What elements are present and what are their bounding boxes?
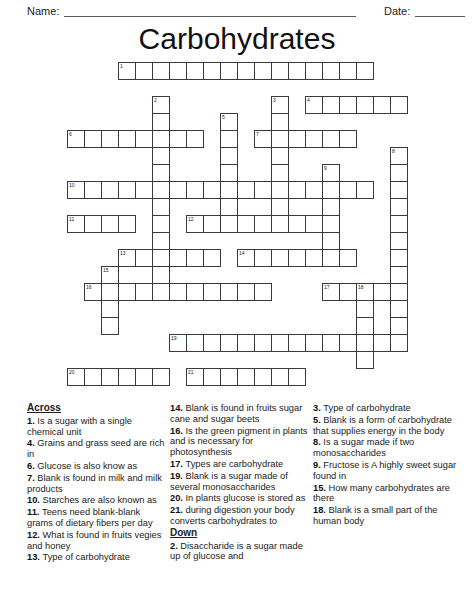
cell-r14c2[interactable] — [101, 300, 119, 318]
cell-r9c0[interactable] — [67, 215, 85, 233]
cell-r13c6[interactable] — [169, 283, 187, 301]
cell-r3c5[interactable] — [152, 113, 170, 131]
cell-r7c3[interactable] — [118, 181, 136, 199]
cell-r16c14[interactable] — [305, 334, 323, 352]
cell-r13c2[interactable] — [101, 283, 119, 301]
cell-r13c8[interactable] — [203, 283, 221, 301]
cell-r13c18[interactable] — [373, 283, 391, 301]
cell-r11c4[interactable] — [135, 249, 153, 267]
cell-r7c7[interactable] — [186, 181, 204, 199]
cell-r15c17[interactable] — [356, 317, 374, 335]
cell-r18c5[interactable] — [152, 368, 170, 386]
cell-r9c13[interactable] — [288, 215, 306, 233]
clue-down-8: 8. Is a sugar made if two monosaccharide… — [313, 437, 465, 459]
cell-r0c8[interactable] — [203, 62, 221, 80]
cell-r8c15[interactable] — [322, 198, 340, 216]
cell-r7c5[interactable] — [152, 181, 170, 199]
cell-r13c9[interactable] — [220, 283, 238, 301]
cell-r17c17[interactable] — [356, 351, 374, 369]
cell-r9c14[interactable] — [305, 215, 323, 233]
down-header: Down — [170, 528, 311, 539]
cell-r13c7[interactable] — [186, 283, 204, 301]
cell-r0c15[interactable] — [322, 62, 340, 80]
cell-r9c2[interactable] — [101, 215, 119, 233]
cell-r16c6[interactable] — [169, 334, 187, 352]
clue-across-7: 7. Blank is found in milk and milk produ… — [27, 473, 167, 495]
cell-r9c5[interactable] — [152, 215, 170, 233]
cell-r4c5[interactable] — [152, 130, 170, 148]
cell-r13c1[interactable] — [84, 283, 102, 301]
across-header: Across — [27, 403, 167, 414]
cell-r9c19[interactable] — [390, 215, 408, 233]
clue-down-5: 5. Blank is a form of carbohydrate that … — [313, 415, 465, 437]
clue-column-3: 3. Type of carbohydrate5. Blank is a for… — [313, 403, 465, 528]
clue-down-18: 18. Blank is a small part of the human b… — [313, 505, 465, 527]
cell-r11c8[interactable] — [203, 249, 221, 267]
cell-r0c9[interactable] — [220, 62, 238, 80]
cell-r11c15[interactable] — [322, 249, 340, 267]
cell-r18c2[interactable] — [101, 368, 119, 386]
cell-r7c10[interactable] — [237, 181, 255, 199]
cell-r18c12[interactable] — [271, 368, 289, 386]
date-write-line[interactable] — [415, 4, 465, 17]
cell-r2c18[interactable] — [373, 96, 391, 114]
cell-r0c10[interactable] — [237, 62, 255, 80]
cell-r11c14[interactable] — [305, 249, 323, 267]
clue-across-16: 16. Is the green pigment in plants and i… — [170, 426, 311, 458]
cell-r11c7[interactable] — [186, 249, 204, 267]
cell-r9c7[interactable] — [186, 215, 204, 233]
cell-r13c3[interactable] — [118, 283, 136, 301]
cell-r18c10[interactable] — [237, 368, 255, 386]
cell-r7c14[interactable] — [305, 181, 323, 199]
clue-across-6: 6. Glucose is also know as — [27, 461, 167, 472]
cell-r11c10[interactable] — [237, 249, 255, 267]
cell-r2c16[interactable] — [339, 96, 357, 114]
clue-down-2: 2. Disaccharide is a sugar made up of gl… — [170, 541, 311, 563]
crossword-grid: 123456789101112131415161718192021 — [67, 62, 408, 386]
cell-r4c6[interactable] — [169, 130, 187, 148]
cell-r2c19[interactable] — [390, 96, 408, 114]
cell-r0c17[interactable] — [356, 62, 374, 80]
cell-r0c16[interactable] — [339, 62, 357, 80]
cell-r16c12[interactable] — [271, 334, 289, 352]
cell-r18c9[interactable] — [220, 368, 238, 386]
cell-r16c8[interactable] — [203, 334, 221, 352]
name-date-row: Name: Date: — [27, 4, 465, 17]
cell-r6c9[interactable] — [220, 164, 238, 182]
cell-r16c10[interactable] — [237, 334, 255, 352]
cell-r16c11[interactable] — [254, 334, 272, 352]
date-label: Date: — [384, 5, 415, 17]
cell-r16c15[interactable] — [322, 334, 340, 352]
cell-r11c16[interactable] — [339, 249, 357, 267]
cell-r16c17[interactable] — [356, 334, 374, 352]
cell-r4c2[interactable] — [101, 130, 119, 148]
cell-r4c9[interactable] — [220, 130, 238, 148]
clue-across-19: 19. Blank is a sugar made of several mon… — [170, 471, 311, 493]
cell-r0c7[interactable] — [186, 62, 204, 80]
cell-r9c10[interactable] — [237, 215, 255, 233]
cell-r7c12[interactable] — [271, 181, 289, 199]
name-write-line[interactable] — [64, 4, 356, 17]
cell-r0c12[interactable] — [271, 62, 289, 80]
cell-r11c3[interactable] — [118, 249, 136, 267]
cell-r7c6[interactable] — [169, 181, 187, 199]
clue-across-12: 12. What is found in fruits vegies and h… — [27, 530, 167, 552]
cell-r5c5[interactable] — [152, 147, 170, 165]
cell-r3c9[interactable] — [220, 113, 238, 131]
clue-across-13: 13. Type of carbohydrate — [27, 552, 167, 563]
cell-r6c12[interactable] — [271, 164, 289, 182]
cell-r13c19[interactable] — [390, 283, 408, 301]
cell-r15c2[interactable] — [101, 317, 119, 335]
cell-r4c12[interactable] — [271, 130, 289, 148]
cell-r12c2[interactable] — [101, 266, 119, 284]
cell-r4c13[interactable] — [288, 130, 306, 148]
clue-column-1: Across1. Is a sugar with a single chemic… — [27, 403, 167, 564]
cell-r4c14[interactable] — [305, 130, 323, 148]
cell-r2c15[interactable] — [322, 96, 340, 114]
cell-r7c19[interactable] — [390, 181, 408, 199]
cell-r7c2[interactable] — [101, 181, 119, 199]
cell-r13c17[interactable] — [356, 283, 374, 301]
cell-r18c11[interactable] — [254, 368, 272, 386]
cell-r16c7[interactable] — [186, 334, 204, 352]
clue-down-3: 3. Type of carbohydrate — [313, 403, 465, 414]
cell-r7c13[interactable] — [288, 181, 306, 199]
cell-r9c11[interactable] — [254, 215, 272, 233]
cell-r6c15[interactable] — [322, 164, 340, 182]
cell-r7c15[interactable] — [322, 181, 340, 199]
cell-r16c16[interactable] — [339, 334, 357, 352]
cell-r14c19[interactable] — [390, 300, 408, 318]
cell-r0c14[interactable] — [305, 62, 323, 80]
clue-across-14: 14. Blank is found in fruits sugar cane … — [170, 403, 311, 425]
cell-r2c17[interactable] — [356, 96, 374, 114]
cell-r9c12[interactable] — [271, 215, 289, 233]
cell-r16c18[interactable] — [373, 334, 391, 352]
cell-r13c16[interactable] — [339, 283, 357, 301]
cell-r7c4[interactable] — [135, 181, 153, 199]
cell-r8c19[interactable] — [390, 198, 408, 216]
cell-r11c6[interactable] — [169, 249, 187, 267]
cell-r18c7[interactable] — [186, 368, 204, 386]
cell-r13c11[interactable] — [254, 283, 272, 301]
name-label: Name: — [27, 5, 64, 17]
cell-r9c1[interactable] — [84, 215, 102, 233]
cell-r2c14[interactable] — [305, 96, 323, 114]
cell-r10c5[interactable] — [152, 232, 170, 250]
cell-r7c0[interactable] — [67, 181, 85, 199]
cell-r13c15[interactable] — [322, 283, 340, 301]
cell-r2c5[interactable] — [152, 96, 170, 114]
cell-r14c17[interactable] — [356, 300, 374, 318]
cell-r4c11[interactable] — [254, 130, 272, 148]
cell-r8c9[interactable] — [220, 198, 238, 216]
cell-r8c12[interactable] — [271, 198, 289, 216]
cell-r15c19[interactable] — [390, 317, 408, 335]
cell-r0c13[interactable] — [288, 62, 306, 80]
cell-r16c19[interactable] — [390, 334, 408, 352]
cell-r0c11[interactable] — [254, 62, 272, 80]
cell-r5c19[interactable] — [390, 147, 408, 165]
cell-r13c5[interactable] — [152, 283, 170, 301]
cell-r10c15[interactable] — [322, 232, 340, 250]
cell-r7c11[interactable] — [254, 181, 272, 199]
cell-r4c0[interactable] — [67, 130, 85, 148]
cell-r7c1[interactable] — [84, 181, 102, 199]
cell-r5c12[interactable] — [271, 147, 289, 165]
clue-across-1: 1. Is a sugar with a single chemical uni… — [27, 416, 167, 438]
clue-across-10: 10. Starches are also known as — [27, 495, 167, 506]
clue-across-20: 20. In plants glucose is stored as — [170, 493, 311, 504]
cell-r0c3[interactable] — [118, 62, 136, 80]
cell-r12c5[interactable] — [152, 266, 170, 284]
cell-r12c19[interactable] — [390, 266, 408, 284]
clue-across-11: 11. Teens need blank-blank grams of diet… — [27, 507, 167, 529]
cell-r18c13[interactable] — [288, 368, 306, 386]
cell-r11c19[interactable] — [390, 249, 408, 267]
cell-r4c3[interactable] — [118, 130, 136, 148]
cell-r4c7[interactable] — [186, 130, 204, 148]
clue-across-4: 4. Grains and grass seed are rich in — [27, 438, 167, 460]
cell-r6c19[interactable] — [390, 164, 408, 182]
cell-r4c1[interactable] — [84, 130, 102, 148]
cell-r18c4[interactable] — [135, 368, 153, 386]
cell-r18c8[interactable] — [203, 368, 221, 386]
cell-r4c16[interactable] — [339, 130, 357, 148]
cell-r8c5[interactable] — [152, 198, 170, 216]
cell-r4c4[interactable] — [135, 130, 153, 148]
cell-r16c9[interactable] — [220, 334, 238, 352]
cell-r11c5[interactable] — [152, 249, 170, 267]
puzzle-title: Carbohydrates — [0, 22, 474, 56]
cell-r18c0[interactable] — [67, 368, 85, 386]
cell-r11c12[interactable] — [271, 249, 289, 267]
cell-r4c15[interactable] — [322, 130, 340, 148]
cell-r7c8[interactable] — [203, 181, 221, 199]
cell-r5c9[interactable] — [220, 147, 238, 165]
cell-r9c9[interactable] — [220, 215, 238, 233]
cell-r0c4[interactable] — [135, 62, 153, 80]
cell-r6c5[interactable] — [152, 164, 170, 182]
cell-r16c13[interactable] — [288, 334, 306, 352]
cell-r9c8[interactable] — [203, 215, 221, 233]
clue-column-2: 14. Blank is found in fruits sugar cane … — [170, 403, 311, 563]
cell-r7c17[interactable] — [356, 181, 374, 199]
clue-down-9: 9. Fructose is A highly sweet sugar foun… — [313, 460, 465, 482]
cell-r2c12[interactable] — [271, 96, 289, 114]
cell-r11c13[interactable] — [288, 249, 306, 267]
clue-across-17: 17. Types are carbohydrate — [170, 459, 311, 470]
cell-r0c6[interactable] — [169, 62, 187, 80]
cell-r0c5[interactable] — [152, 62, 170, 80]
cell-r9c15[interactable] — [322, 215, 340, 233]
clue-down-15: 15. How many carbohydrates are there — [313, 483, 465, 505]
cell-r18c1[interactable] — [84, 368, 102, 386]
cell-r9c3[interactable] — [118, 215, 136, 233]
cell-r13c10[interactable] — [237, 283, 255, 301]
clue-across-21: 21. during digestion your body converts … — [170, 505, 311, 527]
cell-r3c12[interactable] — [271, 113, 289, 131]
cell-r10c19[interactable] — [390, 232, 408, 250]
cell-r7c16[interactable] — [339, 181, 357, 199]
cell-r7c9[interactable] — [220, 181, 238, 199]
cell-r13c4[interactable] — [135, 283, 153, 301]
cell-r18c3[interactable] — [118, 368, 136, 386]
cell-r11c11[interactable] — [254, 249, 272, 267]
